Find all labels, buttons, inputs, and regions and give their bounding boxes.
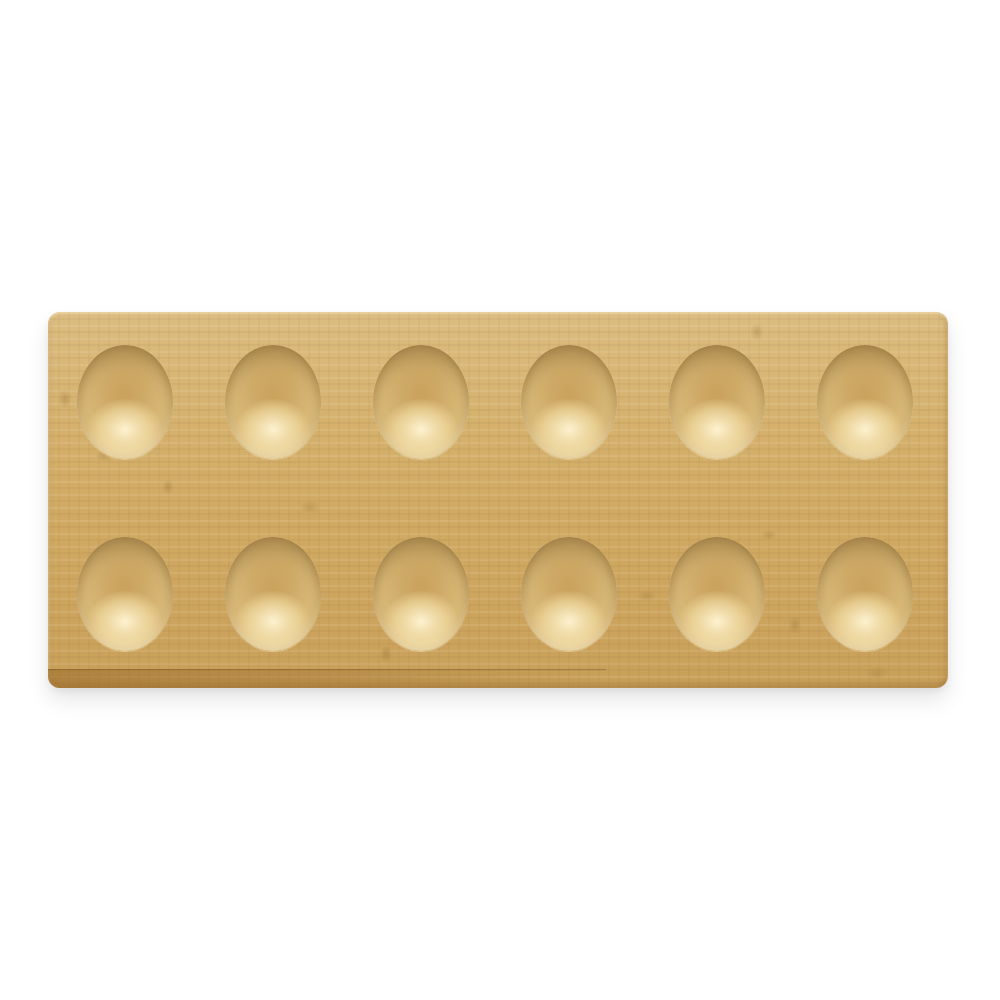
pit-grid <box>51 306 939 690</box>
pit-bottom-2[interactable] <box>225 537 321 651</box>
pit-bottom-3[interactable] <box>373 537 469 651</box>
pit-top-5[interactable] <box>669 345 765 459</box>
pit-top-6[interactable] <box>817 345 913 459</box>
pit-bottom-1[interactable] <box>77 537 173 651</box>
pit-bottom-4[interactable] <box>521 537 617 651</box>
pit-bottom-5[interactable] <box>669 537 765 651</box>
pit-bottom-6[interactable] <box>817 537 913 651</box>
pit-top-1[interactable] <box>77 345 173 459</box>
mancala-board <box>48 312 948 688</box>
pit-top-2[interactable] <box>225 345 321 459</box>
pit-top-3[interactable] <box>373 345 469 459</box>
pit-top-4[interactable] <box>521 345 617 459</box>
